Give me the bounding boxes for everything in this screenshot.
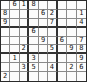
cell-r7c2[interactable]: 1: [10, 54, 19, 63]
cell-r9c9[interactable]: [77, 72, 86, 81]
cell-r4c2[interactable]: [10, 28, 19, 37]
cell-r7c1[interactable]: [1, 54, 10, 63]
cell-r9c1[interactable]: 2: [1, 72, 10, 81]
cell-r7c4[interactable]: 3: [29, 54, 38, 63]
cell-r7c6[interactable]: [48, 54, 57, 63]
cell-r1c7[interactable]: [58, 1, 67, 10]
cell-r9c5[interactable]: [39, 72, 48, 81]
cell-r4c6[interactable]: [48, 28, 57, 37]
cell-r6c3[interactable]: 2: [20, 45, 29, 54]
cell-r1c2[interactable]: 6: [10, 1, 19, 10]
cell-r6c1[interactable]: [1, 45, 10, 54]
cell-r6c7[interactable]: [58, 45, 67, 54]
cell-r3c1[interactable]: 9: [1, 19, 10, 28]
cell-r3c8[interactable]: [67, 19, 76, 28]
cell-r3c2[interactable]: [10, 19, 19, 28]
cell-r4c8[interactable]: [67, 28, 76, 37]
cell-r3c5[interactable]: [39, 19, 48, 28]
cell-r3c6[interactable]: 7: [48, 19, 57, 28]
cell-r2c8[interactable]: [67, 10, 76, 19]
cell-r8c1[interactable]: [1, 63, 10, 72]
cell-r8c7[interactable]: [58, 63, 67, 72]
cell-r2c2[interactable]: [10, 10, 19, 19]
sudoku-board: 618862197469672598139354262: [0, 0, 87, 82]
cell-r1c3[interactable]: 1: [20, 1, 29, 10]
cell-r2c4[interactable]: [29, 10, 38, 19]
cell-r5c7[interactable]: 6: [58, 37, 67, 46]
cell-r6c6[interactable]: 5: [48, 45, 57, 54]
cell-r6c8[interactable]: 9: [67, 45, 76, 54]
cell-r8c8[interactable]: 2: [67, 63, 76, 72]
cell-r9c6[interactable]: [48, 72, 57, 81]
cell-r7c9[interactable]: 9: [77, 54, 86, 63]
cell-r9c3[interactable]: [20, 72, 29, 81]
cell-r8c9[interactable]: 6: [77, 63, 86, 72]
cell-r8c3[interactable]: 3: [20, 63, 29, 72]
cell-r4c3[interactable]: [20, 28, 29, 37]
cell-r5c4[interactable]: [29, 37, 38, 46]
cell-r8c6[interactable]: 4: [48, 63, 57, 72]
cell-r8c5[interactable]: [39, 63, 48, 72]
cell-r9c4[interactable]: [29, 72, 38, 81]
cell-r2c7[interactable]: [58, 10, 67, 19]
cell-r7c7[interactable]: [58, 54, 67, 63]
cell-r5c5[interactable]: 9: [39, 37, 48, 46]
cell-r9c8[interactable]: [67, 72, 76, 81]
cell-r4c4[interactable]: 6: [29, 28, 38, 37]
cell-r7c8[interactable]: [67, 54, 76, 63]
cell-r3c3[interactable]: [20, 19, 29, 28]
cell-r9c7[interactable]: [58, 72, 67, 81]
cell-r3c9[interactable]: 4: [77, 19, 86, 28]
cell-r1c8[interactable]: [67, 1, 76, 10]
cell-r3c7[interactable]: [58, 19, 67, 28]
cell-r6c5[interactable]: [39, 45, 48, 54]
cell-r2c5[interactable]: 6: [39, 10, 48, 19]
cell-r9c2[interactable]: [10, 72, 19, 81]
cell-r8c2[interactable]: [10, 63, 19, 72]
cell-r8c4[interactable]: 5: [29, 63, 38, 72]
cell-r1c4[interactable]: 8: [29, 1, 38, 10]
cell-r2c3[interactable]: [20, 10, 29, 19]
cell-r4c1[interactable]: [1, 28, 10, 37]
cell-r7c3[interactable]: [20, 54, 29, 63]
cell-r5c2[interactable]: [10, 37, 19, 46]
cell-r7c5[interactable]: [39, 54, 48, 63]
cell-r5c1[interactable]: [1, 37, 10, 46]
